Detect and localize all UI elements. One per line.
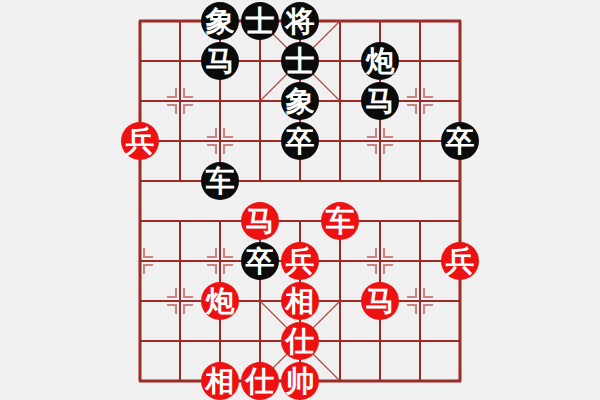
board-point[interactable]: 兵 <box>280 241 320 281</box>
board-point[interactable] <box>160 201 200 241</box>
board-point[interactable] <box>320 361 360 400</box>
board-point[interactable] <box>400 201 440 241</box>
board-point[interactable] <box>160 281 200 321</box>
board-point[interactable] <box>120 281 160 321</box>
board-point[interactable] <box>240 161 280 201</box>
piece-red-soldier[interactable]: 兵 <box>441 242 479 280</box>
board-point[interactable]: 卒 <box>440 121 480 161</box>
board-point[interactable] <box>400 361 440 400</box>
board-point[interactable] <box>400 121 440 161</box>
piece-red-elephant[interactable]: 相 <box>281 282 319 320</box>
board-point[interactable] <box>160 41 200 81</box>
piece-black-horse[interactable]: 马 <box>361 82 399 120</box>
board-point[interactable] <box>280 161 320 201</box>
board-point[interactable] <box>160 241 200 281</box>
board-point[interactable] <box>400 161 440 201</box>
piece-black-soldier[interactable]: 卒 <box>441 122 479 160</box>
piece-red-advisor[interactable]: 仕 <box>241 362 279 400</box>
board-point[interactable] <box>440 161 480 201</box>
board-point[interactable] <box>400 81 440 121</box>
board-point[interactable] <box>400 41 440 81</box>
piece-black-soldier[interactable]: 卒 <box>281 122 319 160</box>
board-point[interactable] <box>120 161 160 201</box>
piece-black-elephant[interactable]: 象 <box>201 2 239 40</box>
board-point[interactable] <box>400 241 440 281</box>
board-point[interactable]: 卒 <box>240 241 280 281</box>
piece-black-elephant[interactable]: 象 <box>281 82 319 120</box>
board-point[interactable] <box>120 1 160 41</box>
piece-red-chariot[interactable]: 车 <box>321 202 359 240</box>
board-point[interactable] <box>240 41 280 81</box>
piece-red-horse[interactable]: 马 <box>361 282 399 320</box>
piece-red-cannon[interactable]: 炮 <box>201 282 239 320</box>
board-point[interactable]: 炮 <box>360 41 400 81</box>
board-point[interactable] <box>400 321 440 361</box>
board-point[interactable]: 相 <box>200 361 240 400</box>
board-point[interactable] <box>440 281 480 321</box>
piece-black-cannon[interactable]: 炮 <box>361 42 399 80</box>
board-point[interactable] <box>200 241 240 281</box>
piece-black-general[interactable]: 将 <box>281 2 319 40</box>
board-point[interactable] <box>360 1 400 41</box>
xiangqi-app-screen: 象士将马士炮象马兵卒卒车马车卒兵兵炮相马仕相仕帅 <box>0 0 600 400</box>
board-point[interactable] <box>320 241 360 281</box>
board-point[interactable]: 仕 <box>280 321 320 361</box>
piece-black-horse[interactable]: 马 <box>201 42 239 80</box>
board-point[interactable]: 仕 <box>240 361 280 400</box>
board-point[interactable]: 炮 <box>200 281 240 321</box>
board-point[interactable] <box>360 201 400 241</box>
board-point[interactable] <box>240 321 280 361</box>
board-point[interactable] <box>160 161 200 201</box>
xiangqi-board: 象士将马士炮象马兵卒卒车马车卒兵兵炮相马仕相仕帅 <box>120 1 480 400</box>
board-point[interactable] <box>320 161 360 201</box>
board-point[interactable] <box>440 41 480 81</box>
board-point[interactable]: 士 <box>240 1 280 41</box>
board-point[interactable] <box>440 321 480 361</box>
board-point[interactable]: 车 <box>200 161 240 201</box>
board-point[interactable] <box>360 361 400 400</box>
board-point[interactable] <box>280 201 320 241</box>
board-point[interactable] <box>200 81 240 121</box>
board-point[interactable] <box>320 121 360 161</box>
board-point[interactable]: 将 <box>280 1 320 41</box>
board-point[interactable] <box>200 121 240 161</box>
board-point[interactable]: 兵 <box>440 241 480 281</box>
board-point[interactable] <box>400 281 440 321</box>
board-point[interactable] <box>320 81 360 121</box>
board-point[interactable]: 兵 <box>120 121 160 161</box>
board-point[interactable]: 马 <box>360 81 400 121</box>
board-point[interactable] <box>320 1 360 41</box>
board-point[interactable] <box>240 281 280 321</box>
board-point[interactable] <box>360 161 400 201</box>
piece-black-advisor[interactable]: 士 <box>281 42 319 80</box>
board-point[interactable] <box>120 81 160 121</box>
board-point[interactable] <box>440 201 480 241</box>
piece-red-general[interactable]: 帅 <box>281 362 319 400</box>
piece-black-chariot[interactable]: 车 <box>201 162 239 200</box>
board-point[interactable]: 马 <box>240 201 280 241</box>
board-point[interactable] <box>120 241 160 281</box>
board-point[interactable] <box>120 361 160 400</box>
board-point[interactable]: 士 <box>280 41 320 81</box>
board-point[interactable] <box>160 1 200 41</box>
board-point[interactable] <box>360 121 400 161</box>
board-point[interactable] <box>240 121 280 161</box>
board-point[interactable] <box>160 361 200 400</box>
board-point[interactable] <box>160 321 200 361</box>
board-point[interactable] <box>120 321 160 361</box>
board-point[interactable]: 马 <box>360 281 400 321</box>
piece-red-soldier[interactable]: 兵 <box>121 122 159 160</box>
board-point[interactable] <box>120 201 160 241</box>
board-point[interactable] <box>160 81 200 121</box>
board-point[interactable]: 车 <box>320 201 360 241</box>
board-point[interactable]: 象 <box>280 81 320 121</box>
board-point[interactable] <box>240 81 280 121</box>
board-point[interactable] <box>440 361 480 400</box>
board-point[interactable] <box>120 41 160 81</box>
board-point[interactable]: 卒 <box>280 121 320 161</box>
piece-black-soldier[interactable]: 卒 <box>241 242 279 280</box>
piece-red-elephant[interactable]: 相 <box>201 362 239 400</box>
piece-black-advisor[interactable]: 士 <box>241 2 279 40</box>
board-point[interactable]: 帅 <box>280 361 320 400</box>
board-point[interactable] <box>360 321 400 361</box>
piece-red-advisor[interactable]: 仕 <box>281 322 319 360</box>
board-point[interactable] <box>440 1 480 41</box>
board-point[interactable] <box>200 201 240 241</box>
piece-red-horse[interactable]: 马 <box>241 202 279 240</box>
board-point[interactable] <box>320 321 360 361</box>
board-point[interactable] <box>320 41 360 81</box>
board-point[interactable] <box>440 81 480 121</box>
board-point[interactable] <box>320 281 360 321</box>
piece-red-soldier[interactable]: 兵 <box>281 242 319 280</box>
board-point[interactable]: 相 <box>280 281 320 321</box>
board-point[interactable] <box>400 1 440 41</box>
board-point[interactable]: 象 <box>200 1 240 41</box>
board-point[interactable] <box>160 121 200 161</box>
board-point[interactable] <box>200 321 240 361</box>
board-point[interactable] <box>360 241 400 281</box>
board-point[interactable]: 马 <box>200 41 240 81</box>
